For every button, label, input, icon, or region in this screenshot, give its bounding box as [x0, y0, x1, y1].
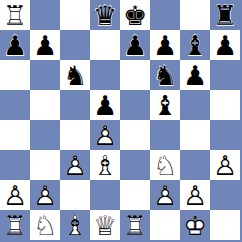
- square-a4[interactable]: [0, 120, 30, 150]
- white-pawn[interactable]: ♟♙: [90, 120, 120, 150]
- piece-body: ♜: [210, 0, 240, 30]
- chess-board: ♜♖♛♛♚♚♜♜♟♟♟♟♟♟♟♟♝♝♟♟♞♞♞♞♟♟♟♟♝♝♟♙♟♙♝♗♞♘♟♙…: [0, 0, 242, 242]
- square-d4[interactable]: ♟♙: [90, 120, 120, 150]
- white-bishop[interactable]: ♝♗: [60, 210, 90, 240]
- square-a1[interactable]: ♜♖: [0, 210, 30, 240]
- square-d1[interactable]: ♛♕: [90, 210, 120, 240]
- black-bishop[interactable]: ♝♝: [150, 90, 180, 120]
- square-g4[interactable]: [180, 120, 210, 150]
- piece-body: ♟: [120, 30, 150, 60]
- piece-body: ♟: [180, 60, 210, 90]
- piece-halo: ♟: [0, 30, 30, 60]
- piece-body: ♟: [150, 30, 180, 60]
- piece-body: ♟: [30, 30, 60, 60]
- white-pawn[interactable]: ♟♙: [150, 180, 180, 210]
- square-a2[interactable]: ♟♙: [0, 180, 30, 210]
- piece-fill: ♟: [210, 150, 240, 180]
- board-grid: ♜♖♛♛♚♚♜♜♟♟♟♟♟♟♟♟♝♝♟♟♞♞♞♞♟♟♟♟♝♝♟♙♟♙♝♗♞♘♟♙…: [0, 0, 242, 242]
- piece-halo: ♟: [150, 30, 180, 60]
- square-b3[interactable]: [30, 150, 60, 180]
- black-king[interactable]: ♚♚: [120, 0, 150, 30]
- piece-halo: ♛: [90, 0, 120, 30]
- piece-halo: ♟: [180, 60, 210, 90]
- piece-outline: ♙: [150, 180, 180, 210]
- piece-outline: ♗: [90, 150, 120, 180]
- piece-body: ♟: [90, 90, 120, 120]
- piece-outline: ♙: [90, 120, 120, 150]
- piece-body: ♛: [90, 0, 120, 30]
- piece-fill: ♟: [150, 180, 180, 210]
- piece-body: ♝: [150, 90, 180, 120]
- black-pawn[interactable]: ♟♟: [90, 90, 120, 120]
- piece-outline: ♘: [150, 150, 180, 180]
- square-c8[interactable]: [60, 0, 90, 30]
- square-f6[interactable]: ♞♞: [150, 60, 180, 90]
- square-f8[interactable]: [150, 0, 180, 30]
- square-h4[interactable]: [210, 120, 240, 150]
- square-e6[interactable]: [120, 60, 150, 90]
- piece-fill: ♟: [60, 150, 90, 180]
- piece-halo: ♚: [120, 0, 150, 30]
- piece-halo: ♞: [150, 60, 180, 90]
- piece-body: ♝: [180, 30, 210, 60]
- square-a3[interactable]: [0, 150, 30, 180]
- piece-body: ♞: [60, 60, 90, 90]
- piece-fill: ♜: [120, 210, 150, 240]
- piece-outline: ♔: [180, 210, 210, 240]
- square-e2[interactable]: [120, 180, 150, 210]
- square-a8[interactable]: ♜♖: [0, 0, 30, 30]
- piece-fill: ♛: [90, 210, 120, 240]
- square-c7[interactable]: [60, 30, 90, 60]
- piece-halo: ♝: [180, 30, 210, 60]
- square-c1[interactable]: ♝♗: [60, 210, 90, 240]
- piece-outline: ♙: [60, 150, 90, 180]
- white-pawn[interactable]: ♟♙: [30, 180, 60, 210]
- square-h2[interactable]: [210, 180, 240, 210]
- square-g3[interactable]: [180, 150, 210, 180]
- square-h1[interactable]: [210, 210, 240, 240]
- piece-body: ♟: [210, 30, 240, 60]
- piece-fill: ♚: [180, 210, 210, 240]
- square-h7[interactable]: ♟♟: [210, 30, 240, 60]
- piece-outline: ♙: [0, 180, 30, 210]
- square-d5[interactable]: ♟♟: [90, 90, 120, 120]
- square-h3[interactable]: ♟♙: [210, 150, 240, 180]
- white-pawn[interactable]: ♟♙: [210, 150, 240, 180]
- square-h6[interactable]: [210, 60, 240, 90]
- square-g2[interactable]: ♟♙: [180, 180, 210, 210]
- square-g7[interactable]: ♝♝: [180, 30, 210, 60]
- square-e1[interactable]: ♜♖: [120, 210, 150, 240]
- piece-halo: ♟: [90, 90, 120, 120]
- square-g6[interactable]: ♟♟: [180, 60, 210, 90]
- piece-halo: ♜: [210, 0, 240, 30]
- square-b4[interactable]: [30, 120, 60, 150]
- square-f1[interactable]: [150, 210, 180, 240]
- piece-halo: ♟: [210, 30, 240, 60]
- black-knight[interactable]: ♞♞: [60, 60, 90, 90]
- square-c6[interactable]: ♞♞: [60, 60, 90, 90]
- square-d3[interactable]: ♝♗: [90, 150, 120, 180]
- white-pawn[interactable]: ♟♙: [60, 150, 90, 180]
- white-knight[interactable]: ♞♘: [30, 210, 60, 240]
- piece-outline: ♖: [120, 210, 150, 240]
- square-a7[interactable]: ♟♟: [0, 30, 30, 60]
- square-d7[interactable]: [90, 30, 120, 60]
- piece-body: ♞: [150, 60, 180, 90]
- black-rook[interactable]: ♜♜: [210, 0, 240, 30]
- black-pawn[interactable]: ♟♟: [30, 30, 60, 60]
- square-f7[interactable]: ♟♟: [150, 30, 180, 60]
- square-c4[interactable]: [60, 120, 90, 150]
- piece-outline: ♕: [90, 210, 120, 240]
- white-pawn[interactable]: ♟♙: [0, 180, 30, 210]
- piece-fill: ♜: [0, 0, 30, 30]
- piece-fill: ♟: [30, 180, 60, 210]
- white-knight[interactable]: ♞♘: [150, 150, 180, 180]
- black-pawn[interactable]: ♟♟: [210, 30, 240, 60]
- piece-halo: ♞: [60, 60, 90, 90]
- black-queen[interactable]: ♛♛: [90, 0, 120, 30]
- piece-fill: ♟: [90, 120, 120, 150]
- square-a5[interactable]: [0, 90, 30, 120]
- black-pawn[interactable]: ♟♟: [150, 30, 180, 60]
- square-e4[interactable]: [120, 120, 150, 150]
- square-e7[interactable]: ♟♟: [120, 30, 150, 60]
- square-b1[interactable]: ♞♘: [30, 210, 60, 240]
- square-f5[interactable]: ♝♝: [150, 90, 180, 120]
- square-f3[interactable]: ♞♘: [150, 150, 180, 180]
- square-b8[interactable]: [30, 0, 60, 30]
- square-b6[interactable]: [30, 60, 60, 90]
- black-pawn[interactable]: ♟♟: [180, 60, 210, 90]
- piece-outline: ♘: [30, 210, 60, 240]
- piece-body: ♟: [0, 30, 30, 60]
- piece-outline: ♗: [60, 210, 90, 240]
- square-f2[interactable]: ♟♙: [150, 180, 180, 210]
- piece-halo: ♟: [120, 30, 150, 60]
- piece-outline: ♖: [0, 0, 30, 30]
- square-h8[interactable]: ♜♜: [210, 0, 240, 30]
- square-g1[interactable]: ♚♔: [180, 210, 210, 240]
- piece-halo: ♝: [150, 90, 180, 120]
- white-rook[interactable]: ♜♖: [0, 0, 30, 30]
- piece-outline: ♙: [180, 180, 210, 210]
- square-e5[interactable]: [120, 90, 150, 120]
- black-pawn[interactable]: ♟♟: [120, 30, 150, 60]
- piece-fill: ♝: [60, 210, 90, 240]
- square-c5[interactable]: [60, 90, 90, 120]
- square-g5[interactable]: [180, 90, 210, 120]
- piece-outline: ♙: [210, 150, 240, 180]
- square-a6[interactable]: [0, 60, 30, 90]
- white-queen[interactable]: ♛♕: [90, 210, 120, 240]
- white-bishop[interactable]: ♝♗: [90, 150, 120, 180]
- square-b2[interactable]: ♟♙: [30, 180, 60, 210]
- piece-fill: ♜: [0, 210, 30, 240]
- square-f4[interactable]: [150, 120, 180, 150]
- square-d6[interactable]: [90, 60, 120, 90]
- piece-fill: ♟: [180, 180, 210, 210]
- square-d8[interactable]: ♛♛: [90, 0, 120, 30]
- piece-fill: ♞: [150, 150, 180, 180]
- white-rook[interactable]: ♜♖: [120, 210, 150, 240]
- square-b5[interactable]: [30, 90, 60, 120]
- square-e8[interactable]: ♚♚: [120, 0, 150, 30]
- square-b7[interactable]: ♟♟: [30, 30, 60, 60]
- square-g8[interactable]: [180, 0, 210, 30]
- square-c2[interactable]: [60, 180, 90, 210]
- piece-halo: ♟: [30, 30, 60, 60]
- black-knight[interactable]: ♞♞: [150, 60, 180, 90]
- piece-fill: ♟: [0, 180, 30, 210]
- white-rook[interactable]: ♜♖: [0, 210, 30, 240]
- square-d2[interactable]: [90, 180, 120, 210]
- square-e3[interactable]: [120, 150, 150, 180]
- piece-body: ♚: [120, 0, 150, 30]
- piece-outline: ♙: [30, 180, 60, 210]
- white-pawn[interactable]: ♟♙: [180, 180, 210, 210]
- piece-outline: ♖: [0, 210, 30, 240]
- square-h5[interactable]: [210, 90, 240, 120]
- white-king[interactable]: ♚♔: [180, 210, 210, 240]
- piece-fill: ♝: [90, 150, 120, 180]
- square-c3[interactable]: ♟♙: [60, 150, 90, 180]
- black-pawn[interactable]: ♟♟: [0, 30, 30, 60]
- black-bishop[interactable]: ♝♝: [180, 30, 210, 60]
- piece-fill: ♞: [30, 210, 60, 240]
